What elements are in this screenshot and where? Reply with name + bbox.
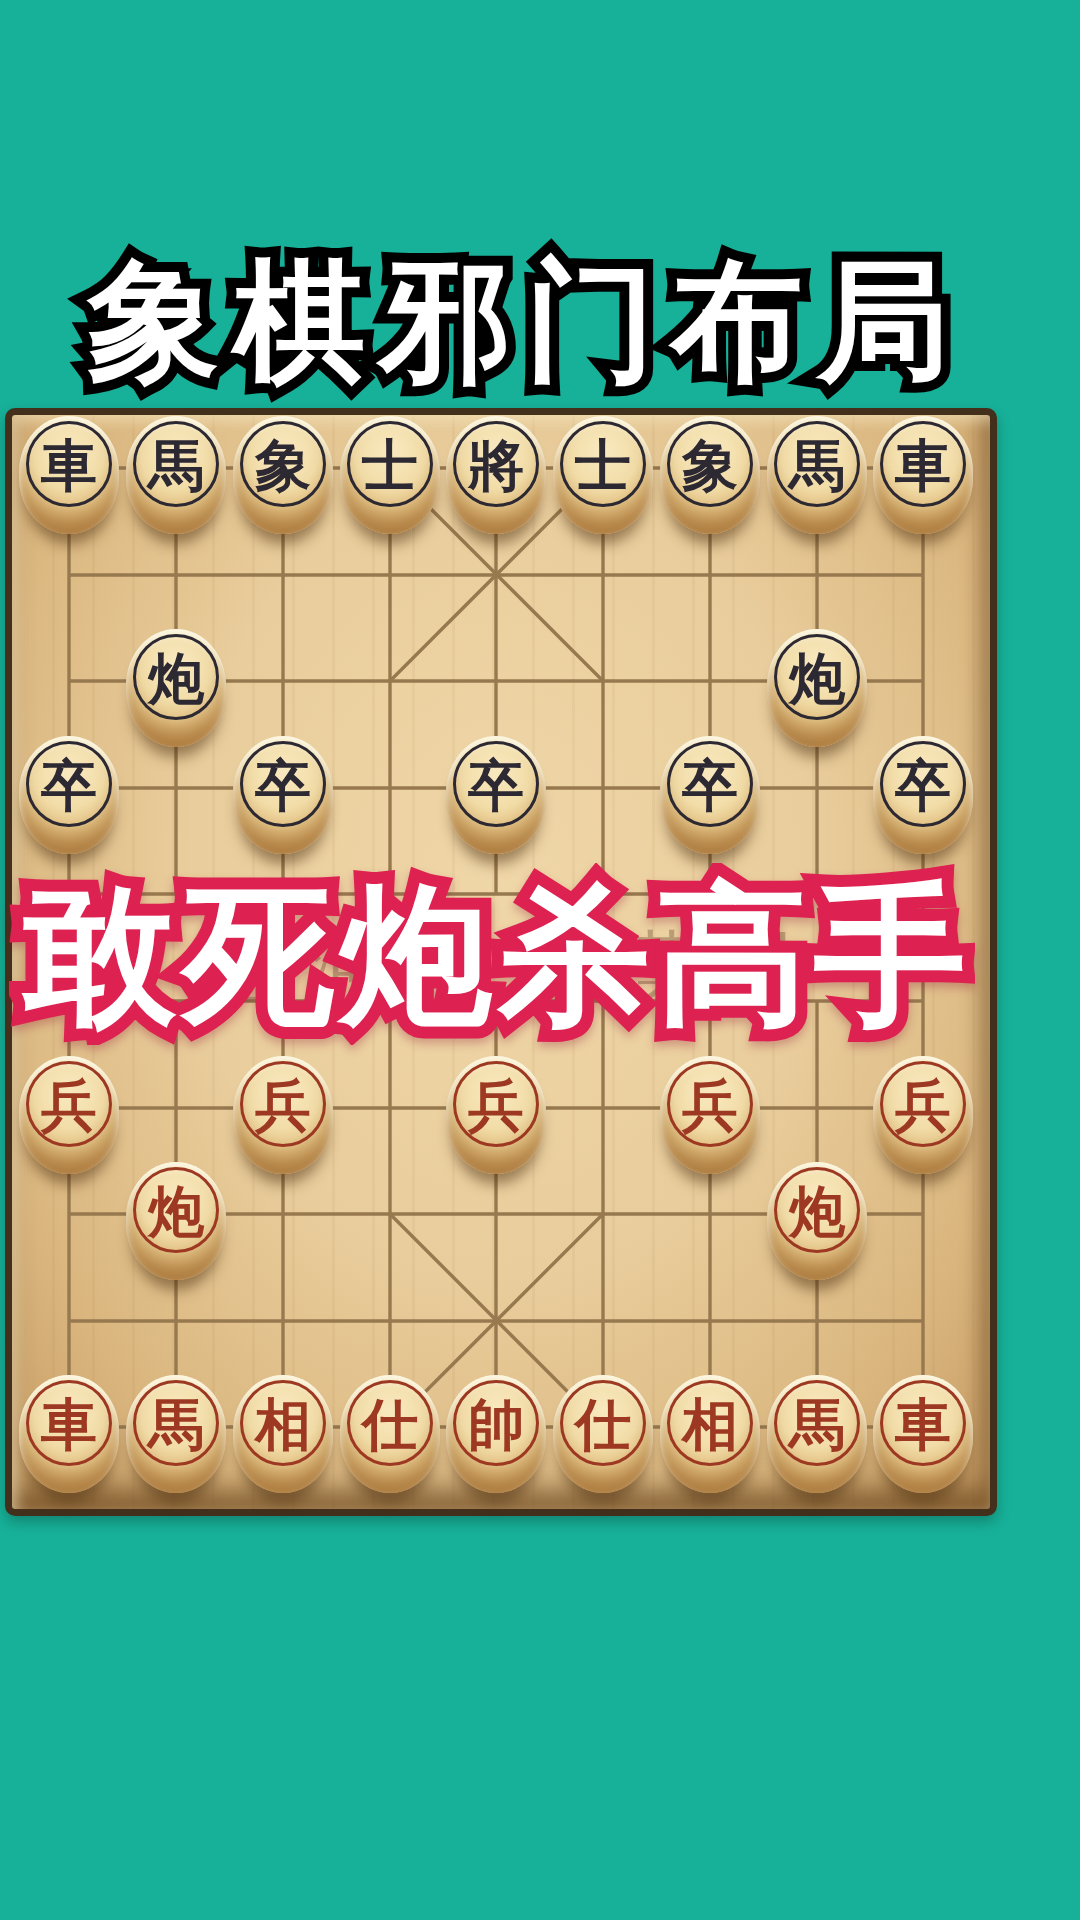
piece-glyph: 兵 bbox=[41, 1077, 97, 1133]
xiangqi-board[interactable]: 楚河 漢界 車馬象士將士象馬車炮炮卒卒卒卒卒兵兵兵兵兵炮炮車馬相仕帥仕相馬車 bbox=[5, 408, 997, 1516]
piece-black-cannon[interactable]: 炮 bbox=[767, 629, 867, 747]
board-grid bbox=[12, 415, 990, 1509]
piece-glyph: 卒 bbox=[468, 757, 524, 813]
piece-glyph: 卒 bbox=[895, 757, 951, 813]
piece-ring: 馬 bbox=[133, 421, 219, 507]
piece-ring: 馬 bbox=[774, 421, 860, 507]
piece-glyph: 象 bbox=[682, 437, 738, 493]
piece-ring: 士 bbox=[347, 421, 433, 507]
piece-red-soldier[interactable]: 兵 bbox=[873, 1056, 973, 1174]
piece-black-chariot[interactable]: 車 bbox=[19, 416, 119, 534]
piece-glyph: 相 bbox=[255, 1396, 311, 1452]
piece-ring: 車 bbox=[26, 1380, 112, 1466]
piece-black-horse[interactable]: 馬 bbox=[767, 416, 867, 534]
piece-black-general[interactable]: 將 bbox=[446, 416, 546, 534]
piece-red-general[interactable]: 帥 bbox=[446, 1375, 546, 1493]
piece-black-advisor[interactable]: 士 bbox=[340, 416, 440, 534]
piece-glyph: 馬 bbox=[789, 1396, 845, 1452]
piece-ring: 將 bbox=[453, 421, 539, 507]
piece-ring: 象 bbox=[667, 421, 753, 507]
piece-glyph: 馬 bbox=[148, 437, 204, 493]
piece-ring: 卒 bbox=[667, 741, 753, 827]
piece-glyph: 車 bbox=[895, 1396, 951, 1452]
piece-ring: 卒 bbox=[26, 741, 112, 827]
piece-ring: 卒 bbox=[880, 741, 966, 827]
piece-red-horse[interactable]: 馬 bbox=[126, 1375, 226, 1493]
piece-ring: 炮 bbox=[774, 1167, 860, 1253]
piece-ring: 帥 bbox=[453, 1380, 539, 1466]
piece-ring: 仕 bbox=[347, 1380, 433, 1466]
piece-ring: 車 bbox=[880, 1380, 966, 1466]
piece-red-elephant[interactable]: 相 bbox=[660, 1375, 760, 1493]
piece-ring: 炮 bbox=[774, 634, 860, 720]
piece-glyph: 帥 bbox=[468, 1396, 524, 1452]
piece-glyph: 兵 bbox=[255, 1077, 311, 1133]
title-outline-layer: 象棋邪门布局 bbox=[0, 252, 1065, 391]
piece-black-soldier[interactable]: 卒 bbox=[446, 736, 546, 854]
river-label-right: 漢界 bbox=[614, 916, 834, 1019]
piece-black-horse[interactable]: 馬 bbox=[126, 416, 226, 534]
piece-black-soldier[interactable]: 卒 bbox=[19, 736, 119, 854]
piece-red-horse[interactable]: 馬 bbox=[767, 1375, 867, 1493]
piece-ring: 兵 bbox=[880, 1061, 966, 1147]
piece-black-elephant[interactable]: 象 bbox=[233, 416, 333, 534]
piece-black-soldier[interactable]: 卒 bbox=[233, 736, 333, 854]
piece-glyph: 車 bbox=[895, 437, 951, 493]
piece-glyph: 士 bbox=[362, 437, 418, 493]
piece-ring: 仕 bbox=[560, 1380, 646, 1466]
piece-black-cannon[interactable]: 炮 bbox=[126, 629, 226, 747]
piece-black-chariot[interactable]: 車 bbox=[873, 416, 973, 534]
piece-red-chariot[interactable]: 車 bbox=[19, 1375, 119, 1493]
piece-ring: 兵 bbox=[240, 1061, 326, 1147]
piece-red-advisor[interactable]: 仕 bbox=[553, 1375, 653, 1493]
piece-glyph: 象 bbox=[255, 437, 311, 493]
piece-red-soldier[interactable]: 兵 bbox=[19, 1056, 119, 1174]
piece-black-soldier[interactable]: 卒 bbox=[660, 736, 760, 854]
piece-glyph: 馬 bbox=[789, 437, 845, 493]
piece-red-soldier[interactable]: 兵 bbox=[233, 1056, 333, 1174]
piece-glyph: 炮 bbox=[148, 1183, 204, 1239]
piece-ring: 兵 bbox=[453, 1061, 539, 1147]
piece-glyph: 將 bbox=[468, 437, 524, 493]
piece-red-cannon[interactable]: 炮 bbox=[126, 1162, 226, 1280]
piece-ring: 相 bbox=[667, 1380, 753, 1466]
piece-ring: 士 bbox=[560, 421, 646, 507]
piece-glyph: 仕 bbox=[362, 1396, 418, 1452]
piece-red-soldier[interactable]: 兵 bbox=[660, 1056, 760, 1174]
piece-ring: 馬 bbox=[774, 1380, 860, 1466]
piece-glyph: 炮 bbox=[789, 1183, 845, 1239]
piece-glyph: 相 bbox=[682, 1396, 738, 1452]
piece-red-cannon[interactable]: 炮 bbox=[767, 1162, 867, 1280]
piece-glyph: 卒 bbox=[255, 757, 311, 813]
piece-glyph: 兵 bbox=[468, 1077, 524, 1133]
title-banner: 象棋邪门布局 象棋邪门布局 bbox=[0, 252, 1065, 391]
piece-red-soldier[interactable]: 兵 bbox=[446, 1056, 546, 1174]
title-text: 象棋邪门布局 bbox=[0, 252, 1065, 391]
piece-glyph: 車 bbox=[41, 1396, 97, 1452]
piece-ring: 兵 bbox=[667, 1061, 753, 1147]
piece-red-elephant[interactable]: 相 bbox=[233, 1375, 333, 1493]
river-label-left: 楚河 bbox=[194, 916, 414, 1019]
screen: 象棋邪门布局 象棋邪门布局 楚河 漢界 車馬象士將士象馬車炮炮卒卒卒卒卒兵兵兵兵… bbox=[0, 0, 1080, 1920]
piece-ring: 馬 bbox=[133, 1380, 219, 1466]
piece-black-advisor[interactable]: 士 bbox=[553, 416, 653, 534]
piece-ring: 車 bbox=[880, 421, 966, 507]
piece-ring: 卒 bbox=[453, 741, 539, 827]
piece-glyph: 炮 bbox=[789, 650, 845, 706]
piece-glyph: 卒 bbox=[41, 757, 97, 813]
piece-ring: 兵 bbox=[26, 1061, 112, 1147]
piece-glyph: 卒 bbox=[682, 757, 738, 813]
piece-ring: 炮 bbox=[133, 1167, 219, 1253]
piece-ring: 車 bbox=[26, 421, 112, 507]
piece-ring: 卒 bbox=[240, 741, 326, 827]
piece-red-advisor[interactable]: 仕 bbox=[340, 1375, 440, 1493]
piece-ring: 炮 bbox=[133, 634, 219, 720]
piece-ring: 象 bbox=[240, 421, 326, 507]
piece-glyph: 馬 bbox=[148, 1396, 204, 1452]
piece-black-soldier[interactable]: 卒 bbox=[873, 736, 973, 854]
piece-black-elephant[interactable]: 象 bbox=[660, 416, 760, 534]
piece-ring: 相 bbox=[240, 1380, 326, 1466]
piece-glyph: 兵 bbox=[895, 1077, 951, 1133]
piece-glyph: 車 bbox=[41, 437, 97, 493]
piece-glyph: 仕 bbox=[575, 1396, 631, 1452]
piece-glyph: 士 bbox=[575, 437, 631, 493]
piece-glyph: 兵 bbox=[682, 1077, 738, 1133]
piece-glyph: 炮 bbox=[148, 650, 204, 706]
piece-red-chariot[interactable]: 車 bbox=[873, 1375, 973, 1493]
